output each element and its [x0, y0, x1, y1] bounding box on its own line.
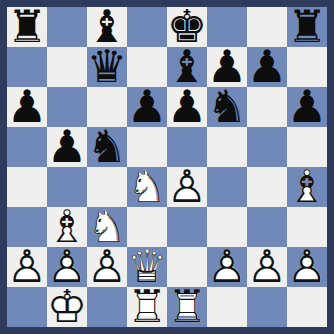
square-h2[interactable]: ♟♙ — [287, 247, 327, 287]
square-e4[interactable]: ♟♙ — [167, 167, 207, 207]
square-d1[interactable]: ♜♖ — [127, 287, 167, 327]
square-g1[interactable] — [247, 287, 287, 327]
white-pawn-piece: ♟♙ — [167, 167, 207, 207]
black-pawn-piece: ♟ — [127, 87, 167, 127]
black-pawn-piece: ♟ — [47, 127, 87, 167]
black-knight-piece: ♞ — [87, 127, 127, 167]
square-e3[interactable] — [167, 207, 207, 247]
square-c5[interactable]: ♞ — [87, 127, 127, 167]
black-pawn-piece: ♟ — [167, 87, 207, 127]
square-a4[interactable] — [7, 167, 47, 207]
square-c1[interactable] — [87, 287, 127, 327]
white-pawn-piece: ♟♙ — [207, 247, 247, 287]
white-bishop-piece: ♝♗ — [287, 167, 327, 207]
square-f4[interactable] — [207, 167, 247, 207]
square-h4[interactable]: ♝♗ — [287, 167, 327, 207]
black-queen-piece: ♛ — [87, 47, 127, 87]
square-f5[interactable] — [207, 127, 247, 167]
square-f6[interactable]: ♞ — [207, 87, 247, 127]
square-a8[interactable]: ♜ — [7, 7, 47, 47]
black-knight-piece: ♞ — [207, 87, 247, 127]
chess-board-frame: ♜♝♚♜♛♝♟♟♟♟♟♞♟♟♞♞♘♟♙♝♗♝♗♞♘♟♙♟♙♟♙♛♕♟♙♟♙♟♙♚… — [0, 0, 334, 334]
square-a1[interactable] — [7, 287, 47, 327]
square-g5[interactable] — [247, 127, 287, 167]
square-b7[interactable] — [47, 47, 87, 87]
black-pawn-piece: ♟ — [287, 87, 327, 127]
square-h6[interactable]: ♟ — [287, 87, 327, 127]
square-d8[interactable] — [127, 7, 167, 47]
square-f2[interactable]: ♟♙ — [207, 247, 247, 287]
square-b1[interactable]: ♚♔ — [47, 287, 87, 327]
square-f1[interactable] — [207, 287, 247, 327]
square-d4[interactable]: ♞♘ — [127, 167, 167, 207]
white-knight-piece: ♞♘ — [127, 167, 167, 207]
square-h8[interactable]: ♜ — [287, 7, 327, 47]
square-g6[interactable] — [247, 87, 287, 127]
black-rook-piece: ♜ — [7, 7, 47, 47]
black-pawn-piece: ♟ — [7, 87, 47, 127]
white-pawn-piece: ♟♙ — [87, 247, 127, 287]
chess-board: ♜♝♚♜♛♝♟♟♟♟♟♞♟♟♞♞♘♟♙♝♗♝♗♞♘♟♙♟♙♟♙♛♕♟♙♟♙♟♙♚… — [7, 7, 327, 327]
square-g4[interactable] — [247, 167, 287, 207]
square-a6[interactable]: ♟ — [7, 87, 47, 127]
black-rook-piece: ♜ — [287, 7, 327, 47]
white-rook-piece: ♜♖ — [127, 287, 167, 327]
white-pawn-piece: ♟♙ — [287, 247, 327, 287]
square-c7[interactable]: ♛ — [87, 47, 127, 87]
square-e1[interactable]: ♜♖ — [167, 287, 207, 327]
square-g2[interactable]: ♟♙ — [247, 247, 287, 287]
square-c2[interactable]: ♟♙ — [87, 247, 127, 287]
square-b8[interactable] — [47, 7, 87, 47]
square-a5[interactable] — [7, 127, 47, 167]
square-d6[interactable]: ♟ — [127, 87, 167, 127]
square-b5[interactable]: ♟ — [47, 127, 87, 167]
white-pawn-piece: ♟♙ — [247, 247, 287, 287]
square-h1[interactable] — [287, 287, 327, 327]
white-pawn-piece: ♟♙ — [7, 247, 47, 287]
square-e6[interactable]: ♟ — [167, 87, 207, 127]
white-rook-piece: ♜♖ — [167, 287, 207, 327]
black-pawn-piece: ♟ — [247, 47, 287, 87]
white-king-piece: ♚♔ — [47, 287, 87, 327]
square-a2[interactable]: ♟♙ — [7, 247, 47, 287]
square-g7[interactable]: ♟ — [247, 47, 287, 87]
